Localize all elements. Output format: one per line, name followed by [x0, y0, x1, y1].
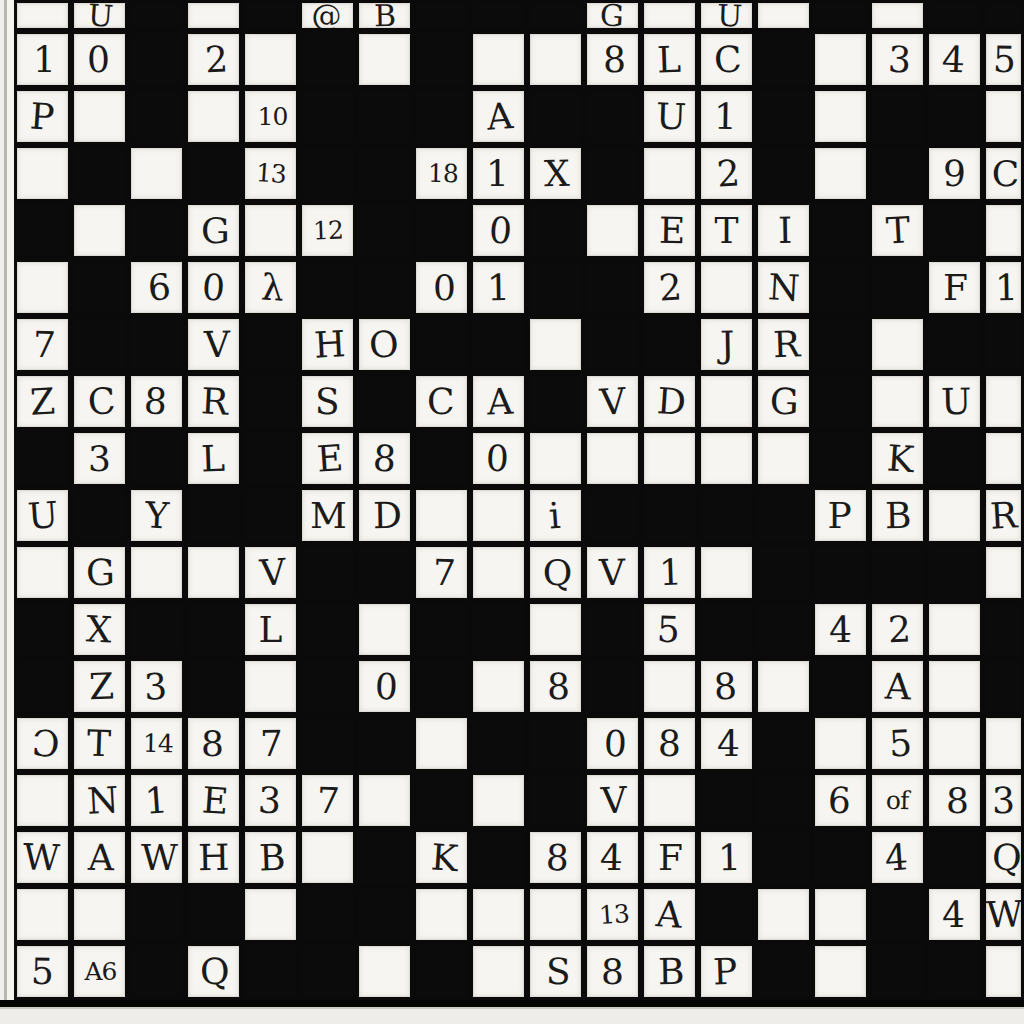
cell-glyph: P: [713, 953, 736, 990]
grid-cell-r6c13[interactable]: R: [755, 316, 812, 373]
grid-cell-r12c8[interactable]: [470, 658, 527, 715]
grid-cell-r2c8[interactable]: A: [470, 88, 527, 145]
grid-cell-r4c12[interactable]: T: [698, 202, 755, 259]
grid-cell-r14c10[interactable]: V: [584, 772, 641, 829]
grid-cell-r1c9[interactable]: [527, 31, 584, 88]
grid-cell-r7c13[interactable]: G: [755, 373, 812, 430]
grid-cell-r6c7: [413, 316, 470, 373]
grid-cell-r15c17[interactable]: Q: [983, 829, 1024, 886]
grid-cell-r2c4[interactable]: 10: [242, 88, 299, 145]
grid-cell-r17c6[interactable]: [356, 943, 413, 1000]
grid-cell-r7c7[interactable]: C: [413, 373, 470, 430]
grid-cell-r11c1[interactable]: X: [71, 601, 128, 658]
grid-cell-r12c4[interactable]: [242, 658, 299, 715]
grid-cell-r7c0[interactable]: Z: [14, 373, 71, 430]
cell-glyph: Y: [144, 497, 168, 534]
grid-cell-r5c17[interactable]: 1: [983, 259, 1024, 316]
grid-cell-r1c3[interactable]: 2: [185, 31, 242, 88]
grid-cell-r6c2: [128, 316, 185, 373]
cell-glyph: 2: [887, 611, 909, 648]
cell-glyph: R: [772, 326, 798, 363]
cell-glyph: A: [485, 98, 511, 136]
grid-cell-r1c15[interactable]: 3: [869, 31, 926, 88]
grid-cell-r5c15: [869, 259, 926, 316]
grid-cell-r1c0[interactable]: 1: [14, 31, 71, 88]
grid-cell-r14c0[interactable]: [14, 772, 71, 829]
grid-cell-r8c4: [242, 430, 299, 487]
cell-glyph: A: [87, 839, 112, 875]
grid-cell-r15c7[interactable]: K: [413, 829, 470, 886]
grid-cell-r9c8[interactable]: [470, 487, 527, 544]
cell-glyph: B: [259, 839, 285, 876]
cell-glyph: S: [315, 383, 338, 419]
grid-cell-r6c5[interactable]: H: [299, 316, 356, 373]
grid-cell-r16c7[interactable]: [413, 886, 470, 943]
cell-glyph: K: [430, 839, 457, 877]
grid-cell-r2c12[interactable]: 1: [698, 88, 755, 145]
grid-cell-r15c5[interactable]: [299, 829, 356, 886]
grid-cell-r8c10[interactable]: [584, 430, 641, 487]
grid-cell-r8c6[interactable]: 8: [356, 430, 413, 487]
grid-cell-r11c5: [299, 601, 356, 658]
grid-cell-r15c0[interactable]: W: [14, 829, 71, 886]
grid-cell-r0c16: [926, 0, 983, 31]
grid-cell-r17c12[interactable]: P: [698, 943, 755, 1000]
cell-glyph: U: [716, 0, 740, 31]
grid-cell-r17c1[interactable]: A6: [71, 943, 128, 1000]
cell-glyph: M: [310, 498, 345, 534]
grid-cell-r13c4[interactable]: 7: [242, 715, 299, 772]
grid-cell-r15c12[interactable]: 1: [698, 829, 755, 886]
grid-cell-r14c6[interactable]: [356, 772, 413, 829]
grid-cell-r17c4: [242, 943, 299, 1000]
grid-cell-r13c14[interactable]: [812, 715, 869, 772]
grid-cell-r10c5: [299, 544, 356, 601]
grid-cell-r10c4[interactable]: V: [242, 544, 299, 601]
cell-glyph: A: [654, 896, 680, 934]
grid-cell-r16c16[interactable]: 4: [926, 886, 983, 943]
grid-cell-r17c8[interactable]: [470, 943, 527, 1000]
cell-glyph: U: [87, 0, 112, 31]
grid-cell-r4c3[interactable]: G: [185, 202, 242, 259]
grid-cell-r3c12[interactable]: 2: [698, 145, 755, 202]
grid-cell-r7c1[interactable]: C: [71, 373, 128, 430]
grid-cell-r0c1[interactable]: U: [71, 0, 128, 31]
grid-cell-r4c8[interactable]: 0: [470, 202, 527, 259]
grid-cell-r2c11[interactable]: U: [641, 88, 698, 145]
cell-glyph: 4: [600, 839, 622, 875]
grid-cell-r3c1: [71, 145, 128, 202]
grid-cell-r9c2[interactable]: Y: [128, 487, 185, 544]
cell-glyph: 2: [716, 155, 739, 192]
grid-cell-r1c6[interactable]: [356, 31, 413, 88]
grid-cell-r5c8[interactable]: 1: [470, 259, 527, 316]
grid-cell-r16c3: [185, 886, 242, 943]
grid-cell-r2c15: [869, 88, 926, 145]
cell-glyph: 12: [312, 217, 343, 243]
grid-cell-r6c6[interactable]: O: [356, 316, 413, 373]
cell-glyph: 6: [827, 782, 849, 819]
grid-cell-r7c16[interactable]: U: [926, 373, 983, 430]
grid-cell-r12c2[interactable]: 3: [128, 658, 185, 715]
cell-glyph: 0: [201, 269, 224, 306]
grid-cell-r3c11[interactable]: [641, 145, 698, 202]
grid-cell-r8c14: [812, 430, 869, 487]
grid-cell-r4c16: [926, 202, 983, 259]
grid-cell-r8c1[interactable]: 3: [71, 430, 128, 487]
grid-cell-r10c3[interactable]: [185, 544, 242, 601]
grid-cell-r1c11[interactable]: L: [641, 31, 698, 88]
grid-cell-r17c10[interactable]: 8: [584, 943, 641, 1000]
grid-cell-r4c7: [413, 202, 470, 259]
grid-cell-r11c15[interactable]: 2: [869, 601, 926, 658]
grid-cell-r0c6[interactable]: B: [356, 0, 413, 31]
grid-cell-r1c17[interactable]: 5: [983, 31, 1024, 88]
grid-cell-r4c13[interactable]: I: [755, 202, 812, 259]
grid-cell-r6c14: [812, 316, 869, 373]
cell-glyph: V: [600, 782, 626, 819]
grid-cell-r8c17[interactable]: [983, 430, 1024, 487]
grid-cell-r12c1[interactable]: Z: [71, 658, 128, 715]
grid-cell-r12c16[interactable]: [926, 658, 983, 715]
grid-cell-r7c9: [527, 373, 584, 430]
grid-cell-r3c8[interactable]: 1: [470, 145, 527, 202]
grid-cell-r8c15[interactable]: K: [869, 430, 926, 487]
grid-cell-r6c11: [641, 316, 698, 373]
cell-glyph: O: [368, 326, 398, 364]
grid-cell-r15c10[interactable]: 4: [584, 829, 641, 886]
grid-cell-r0c13[interactable]: [755, 0, 812, 31]
grid-cell-r8c3[interactable]: L: [185, 430, 242, 487]
grid-cell-r5c4[interactable]: λ: [242, 259, 299, 316]
grid-cell-r11c14[interactable]: 4: [812, 601, 869, 658]
grid-cell-r9c7[interactable]: [413, 487, 470, 544]
grid-cell-r11c13: [755, 601, 812, 658]
grid-cell-r10c0[interactable]: [14, 544, 71, 601]
grid-cell-r15c1[interactable]: A: [71, 829, 128, 886]
grid-cell-r16c8[interactable]: [470, 886, 527, 943]
grid-cell-r13c3[interactable]: 8: [185, 715, 242, 772]
grid-cell-r10c2[interactable]: [128, 544, 185, 601]
grid-cell-r1c8[interactable]: [470, 31, 527, 88]
grid-cell-r12c6[interactable]: 0: [356, 658, 413, 715]
grid-cell-r1c13: [755, 31, 812, 88]
grid-cell-r8c5[interactable]: E: [299, 430, 356, 487]
grid-cell-r17c9[interactable]: S: [527, 943, 584, 1000]
grid-cell-r17c14[interactable]: [812, 943, 869, 1000]
cell-glyph: N: [767, 269, 798, 306]
grid-cell-r14c1[interactable]: N: [71, 772, 128, 829]
grid-cell-r10c14: [812, 544, 869, 601]
grid-cell-r14c12: [698, 772, 755, 829]
grid-cell-r15c2[interactable]: W: [128, 829, 185, 886]
cell-glyph: 2: [658, 269, 681, 306]
grid-cell-r13c15[interactable]: 5: [869, 715, 926, 772]
grid-cell-r13c2[interactable]: 14: [128, 715, 185, 772]
grid-cell-r3c9[interactable]: X: [527, 145, 584, 202]
cell-glyph: B: [658, 953, 683, 989]
grid-cell-r12c11[interactable]: [641, 658, 698, 715]
grid-cell-r17c17[interactable]: [983, 943, 1024, 1000]
grid-cell-r0c12[interactable]: U: [698, 0, 755, 31]
cell-glyph: 8: [201, 726, 222, 762]
grid-cell-r5c10: [584, 259, 641, 316]
grid-cell-r8c13[interactable]: [755, 430, 812, 487]
grid-cell-r6c15[interactable]: [869, 316, 926, 373]
grid-cell-r2c14[interactable]: [812, 88, 869, 145]
grid-cell-r0c15[interactable]: [869, 0, 926, 31]
grid-cell-r9c13: [755, 487, 812, 544]
grid-cell-r16c5: [299, 886, 356, 943]
grid-cell-r6c9[interactable]: [527, 316, 584, 373]
grid-cell-r13c12[interactable]: 4: [698, 715, 755, 772]
grid-cell-r5c11[interactable]: 2: [641, 259, 698, 316]
grid-cell-r7c17[interactable]: [983, 373, 1024, 430]
grid-cell-r9c4: [242, 487, 299, 544]
grid-cell-r7c11[interactable]: D: [641, 373, 698, 430]
grid-cell-r3c2[interactable]: [128, 145, 185, 202]
grid-cell-r13c16[interactable]: [926, 715, 983, 772]
grid-cell-r13c17[interactable]: [983, 715, 1024, 772]
grid-cell-r7c10[interactable]: V: [584, 373, 641, 430]
grid-cell-r4c5[interactable]: 12: [299, 202, 356, 259]
grid-cell-r1c16[interactable]: 4: [926, 31, 983, 88]
grid-cell-r9c17[interactable]: R: [983, 487, 1024, 544]
grid-cell-r3c3: [185, 145, 242, 202]
grid-cell-r14c17[interactable]: 3: [983, 772, 1024, 829]
cell-glyph: 13: [598, 901, 629, 928]
cell-glyph: R: [200, 383, 227, 420]
grid-cell-r4c1[interactable]: [71, 202, 128, 259]
grid-cell-r5c16[interactable]: F: [926, 259, 983, 316]
grid-cell-r11c16[interactable]: [926, 601, 983, 658]
grid-cell-r1c4[interactable]: [242, 31, 299, 88]
grid-cell-r5c2[interactable]: 6: [128, 259, 185, 316]
grid-cell-r16c0[interactable]: [14, 886, 71, 943]
grid-cell-r17c16: [926, 943, 983, 1000]
cell-glyph: C: [426, 383, 452, 419]
grid-cell-r10c1[interactable]: G: [71, 544, 128, 601]
cell-glyph: 5: [888, 725, 911, 762]
cell-glyph: 13: [255, 160, 286, 187]
grid-cell-r14c14[interactable]: 6: [812, 772, 869, 829]
grid-cell-r14c15[interactable]: of: [869, 772, 926, 829]
grid-cell-r2c3[interactable]: [185, 88, 242, 145]
cell-glyph: T: [886, 212, 910, 249]
grid-cell-r0c10[interactable]: G: [584, 0, 641, 31]
grid-cell-r17c11[interactable]: B: [641, 943, 698, 1000]
grid-cell-r13c1[interactable]: T: [71, 715, 128, 772]
cell-glyph: i: [547, 497, 559, 534]
grid-cell-r6c3[interactable]: V: [185, 316, 242, 373]
grid-cell-r1c10[interactable]: 8: [584, 31, 641, 88]
cell-glyph: 8: [372, 440, 395, 477]
grid-cell-r4c15[interactable]: T: [869, 202, 926, 259]
grid-cell-r9c16[interactable]: [926, 487, 983, 544]
grid-cell-r4c17[interactable]: [983, 202, 1024, 259]
grid-cell-r4c4[interactable]: [242, 202, 299, 259]
grid-cell-r7c12[interactable]: [698, 373, 755, 430]
grid-cell-r15c15[interactable]: 4: [869, 829, 926, 886]
grid-cell-r0c3[interactable]: [185, 0, 242, 31]
grid-cell-r3c14[interactable]: [812, 145, 869, 202]
grid-cell-r15c11[interactable]: F: [641, 829, 698, 886]
grid-cell-r9c5[interactable]: M: [299, 487, 356, 544]
grid-cell-r10c11[interactable]: 1: [641, 544, 698, 601]
grid-cell-r5c13[interactable]: N: [755, 259, 812, 316]
grid-cell-r7c8[interactable]: A: [470, 373, 527, 430]
cell-glyph: S: [546, 953, 569, 989]
grid-cell-r11c6[interactable]: [356, 601, 413, 658]
grid-cell-r16c1[interactable]: [71, 886, 128, 943]
grid-cell-r16c10[interactable]: 13: [584, 886, 641, 943]
grid-cell-r14c11[interactable]: [641, 772, 698, 829]
grid-cell-r12c17: [983, 658, 1024, 715]
cell-glyph: 1: [487, 269, 509, 305]
grid-cell-r3c16[interactable]: 9: [926, 145, 983, 202]
grid-cell-r13c7[interactable]: [413, 715, 470, 772]
grid-cell-r0c7: [413, 0, 470, 31]
grid-cell-r5c3[interactable]: 0: [185, 259, 242, 316]
grid-cell-r10c12[interactable]: [698, 544, 755, 601]
grid-cell-r10c17[interactable]: [983, 544, 1024, 601]
grid-cell-r12c13[interactable]: [755, 658, 812, 715]
grid-cell-r16c9[interactable]: [527, 886, 584, 943]
grid-cell-r7c2[interactable]: 8: [128, 373, 185, 430]
grid-cell-r16c11[interactable]: A: [641, 886, 698, 943]
cell-glyph: V: [203, 326, 228, 362]
grid-cell-r7c3[interactable]: R: [185, 373, 242, 430]
cell-glyph: 7: [32, 326, 54, 363]
cell-glyph: 1: [714, 98, 736, 134]
grid-cell-r9c0[interactable]: U: [14, 487, 71, 544]
grid-cell-r17c2: [128, 943, 185, 1000]
cell-glyph: of: [886, 788, 909, 813]
grid-cell-r6c12[interactable]: J: [698, 316, 755, 373]
grid-cell-r16c4[interactable]: [242, 886, 299, 943]
grid-cell-r1c14[interactable]: [812, 31, 869, 88]
grid-cell-r3c7[interactable]: 18: [413, 145, 470, 202]
grid-cell-r16c13[interactable]: [755, 886, 812, 943]
grid-cell-r12c12[interactable]: 8: [698, 658, 755, 715]
cell-glyph: 1: [658, 554, 680, 591]
grid-cell-r13c11[interactable]: 8: [641, 715, 698, 772]
cell-glyph: E: [659, 212, 684, 248]
cell-glyph: 3: [887, 41, 910, 78]
grid-cell-r10c9[interactable]: Q: [527, 544, 584, 601]
grid-cell-r14c4[interactable]: 3: [242, 772, 299, 829]
grid-cell-r15c9[interactable]: 8: [527, 829, 584, 886]
grid-cell-r0c14: [812, 0, 869, 31]
cell-glyph: 1: [995, 269, 1017, 305]
grid-cell-r4c10[interactable]: [584, 202, 641, 259]
grid-cell-r14c2[interactable]: 1: [128, 772, 185, 829]
grid-cell-r12c15[interactable]: A: [869, 658, 926, 715]
cell-glyph: 8: [601, 954, 622, 990]
grid-cell-r5c0[interactable]: [14, 259, 71, 316]
grid-cell-r13c0[interactable]: Ɔ: [14, 715, 71, 772]
grid-cell-r14c8[interactable]: [470, 772, 527, 829]
grid-cell-r11c17: [983, 601, 1024, 658]
grid-cell-r11c10: [584, 601, 641, 658]
grid-cell-r0c11[interactable]: [641, 0, 698, 31]
grid-cell-r11c11[interactable]: 5: [641, 601, 698, 658]
grid-cell-r14c16[interactable]: 8: [926, 772, 983, 829]
grid-cell-r12c9[interactable]: 8: [527, 658, 584, 715]
grid-cell-r14c3[interactable]: E: [185, 772, 242, 829]
grid-cell-r2c17[interactable]: [983, 88, 1024, 145]
grid-cell-r1c12[interactable]: C: [698, 31, 755, 88]
grid-cell-r8c12[interactable]: [698, 430, 755, 487]
grid-cell-r8c8[interactable]: 0: [470, 430, 527, 487]
grid-cell-r4c11[interactable]: E: [641, 202, 698, 259]
grid-cell-r17c0[interactable]: 5: [14, 943, 71, 1000]
grid-cell-r0c5[interactable]: @: [299, 0, 356, 31]
grid-cell-r10c7[interactable]: 7: [413, 544, 470, 601]
cell-glyph: J: [720, 326, 733, 362]
grid-cell-r8c7: [413, 430, 470, 487]
grid-cell-r11c4[interactable]: L: [242, 601, 299, 658]
grid-cell-r10c8[interactable]: [470, 544, 527, 601]
grid-cell-r9c6[interactable]: D: [356, 487, 413, 544]
grid-cell-r6c10: [584, 316, 641, 373]
grid-cell-r0c17: [983, 0, 1024, 31]
grid-cell-r11c0: [14, 601, 71, 658]
grid-cell-r16c17[interactable]: W: [983, 886, 1024, 943]
grid-cell-r6c0[interactable]: 7: [14, 316, 71, 373]
grid-cell-r15c3[interactable]: H: [185, 829, 242, 886]
grid-cell-r5c7[interactable]: 0: [413, 259, 470, 316]
grid-cell-r1c1[interactable]: 0: [71, 31, 128, 88]
grid-cell-r7c5[interactable]: S: [299, 373, 356, 430]
grid-cell-r2c1[interactable]: [71, 88, 128, 145]
grid-cell-r2c0[interactable]: P: [14, 88, 71, 145]
grid-cell-r8c11[interactable]: [641, 430, 698, 487]
grid-cell-r16c14[interactable]: [812, 886, 869, 943]
cell-glyph: 7: [432, 554, 454, 591]
grid-cell-r9c14[interactable]: P: [812, 487, 869, 544]
grid-cell-r3c4[interactable]: 13: [242, 145, 299, 202]
cell-glyph: 7: [316, 782, 338, 819]
cell-glyph: L: [656, 41, 679, 78]
grid-cell-r5c12[interactable]: [698, 259, 755, 316]
grid-cell-r0c0[interactable]: [14, 0, 71, 31]
grid-cell-r9c15[interactable]: B: [869, 487, 926, 544]
grid-cell-r6c1: [71, 316, 128, 373]
grid-cell-r17c3[interactable]: Q: [185, 943, 242, 1000]
grid-cell-r8c9[interactable]: [527, 430, 584, 487]
cell-glyph: E: [316, 440, 343, 478]
grid-cell-r3c0[interactable]: [14, 145, 71, 202]
cell-glyph: G: [86, 554, 113, 590]
cell-glyph: 10: [258, 104, 288, 129]
grid-cell-r7c15[interactable]: [869, 373, 926, 430]
grid-cell-r14c5[interactable]: 7: [299, 772, 356, 829]
cell-glyph: B: [374, 0, 395, 30]
grid-cell-r10c10[interactable]: V: [584, 544, 641, 601]
cell-glyph: 8: [143, 383, 166, 420]
grid-cell-r11c9[interactable]: [527, 601, 584, 658]
grid-cell-r13c10[interactable]: 0: [584, 715, 641, 772]
cell-glyph: B: [885, 497, 910, 533]
cell-glyph: Q: [991, 839, 1020, 876]
grid-cell-r9c9[interactable]: i: [527, 487, 584, 544]
grid-cell-r17c13: [755, 943, 812, 1000]
grid-cell-r7c14: [812, 373, 869, 430]
grid-cell-r15c4[interactable]: B: [242, 829, 299, 886]
grid-cell-r6c17: [983, 316, 1024, 373]
grid-cell-r3c17[interactable]: C: [983, 145, 1024, 202]
